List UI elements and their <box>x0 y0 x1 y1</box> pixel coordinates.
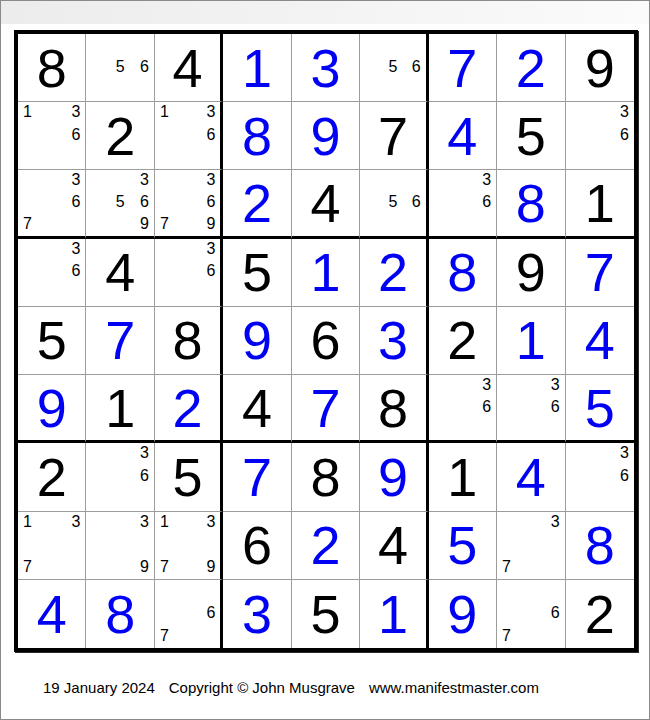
cell-r4c7[interactable]: 8 <box>429 239 497 307</box>
given-digit: 5 <box>310 587 340 641</box>
solved-digit: 9 <box>310 109 340 163</box>
solved-digit: 1 <box>242 41 272 95</box>
cell-r7c3[interactable]: 5 <box>155 443 223 511</box>
pencil-digit: 6 <box>197 261 215 281</box>
pencil-digit: 7 <box>23 554 42 574</box>
cell-r4c2[interactable]: 4 <box>86 239 154 307</box>
pencil-marks: 3569 <box>91 172 148 231</box>
pencil-marks: 1379 <box>160 514 215 575</box>
pencil-digit: 3 <box>61 514 80 534</box>
cell-r2c4[interactable]: 8 <box>223 102 291 170</box>
cell-r6c7[interactable]: 36 <box>429 375 497 443</box>
cell-r3c3[interactable]: 3679 <box>155 170 223 238</box>
cell-r9c2[interactable]: 8 <box>86 580 154 648</box>
cell-r7c4[interactable]: 7 <box>223 443 291 511</box>
solved-digit: 9 <box>37 381 67 435</box>
cell-r2c7[interactable]: 4 <box>429 102 497 170</box>
pencil-digit: 6 <box>540 603 559 624</box>
pencil-marks: 36 <box>571 104 629 165</box>
given-digit: 1 <box>585 176 615 230</box>
pencil-digit: 6 <box>402 56 420 76</box>
cell-r7c2[interactable]: 36 <box>86 443 154 511</box>
given-digit: 4 <box>378 518 408 572</box>
solved-digit: 2 <box>378 245 408 299</box>
pencil-digit: 3 <box>540 377 559 397</box>
cell-r1c9[interactable]: 9 <box>566 34 634 102</box>
pencil-marks: 39 <box>91 514 148 575</box>
cell-r8c9[interactable]: 8 <box>566 512 634 580</box>
given-digit: 8 <box>173 313 203 367</box>
pencil-digit: 6 <box>610 125 629 145</box>
given-digit: 8 <box>310 450 340 504</box>
footer-website: www.manifestmaster.com <box>369 679 539 696</box>
solved-digit: 1 <box>378 587 408 641</box>
cell-r2c2[interactable]: 2 <box>86 102 154 170</box>
cell-r4c8[interactable]: 9 <box>497 239 565 307</box>
cell-r8c1[interactable]: 137 <box>18 512 86 580</box>
cell-r6c8[interactable]: 36 <box>497 375 565 443</box>
pencil-digit: 5 <box>384 56 402 76</box>
pencil-digit: 5 <box>111 192 130 212</box>
solved-digit: 5 <box>447 518 477 572</box>
pencil-digit: 3 <box>472 172 491 192</box>
pencil-digit: 6 <box>130 56 149 76</box>
cell-r7c9[interactable]: 36 <box>566 443 634 511</box>
cell-r9c3[interactable]: 67 <box>155 580 223 648</box>
pencil-digit: 3 <box>61 172 80 192</box>
solved-digit: 3 <box>242 587 272 641</box>
pencil-marks: 36 <box>23 241 80 302</box>
pencil-digit: 6 <box>610 466 629 486</box>
given-digit: 5 <box>516 109 546 163</box>
cell-r1c2[interactable]: 56 <box>86 34 154 102</box>
cell-r9c8[interactable]: 67 <box>497 580 565 648</box>
cell-r7c7[interactable]: 1 <box>429 443 497 511</box>
cell-r6c5[interactable]: 7 <box>292 375 360 443</box>
solved-digit: 7 <box>447 41 477 95</box>
solved-digit: 3 <box>378 313 408 367</box>
pencil-marks: 56 <box>91 36 148 97</box>
given-digit: 1 <box>447 450 477 504</box>
cell-r1c8[interactable]: 2 <box>497 34 565 102</box>
pencil-digit: 3 <box>130 172 149 192</box>
cell-r6c6[interactable]: 8 <box>360 375 428 443</box>
solved-digit: 2 <box>310 518 340 572</box>
pencil-marks: 37 <box>502 514 559 575</box>
pencil-digit: 3 <box>61 241 80 261</box>
pencil-digit: 5 <box>384 192 402 212</box>
given-digit: 7 <box>378 109 408 163</box>
cell-r6c9[interactable]: 5 <box>566 375 634 443</box>
given-digit: 4 <box>105 245 135 299</box>
cell-r1c1[interactable]: 8 <box>18 34 86 102</box>
cell-r4c1[interactable]: 36 <box>18 239 86 307</box>
solved-digit: 4 <box>585 313 615 367</box>
pencil-digit: 9 <box>130 212 149 232</box>
pencil-marks: 36 <box>160 241 215 302</box>
cell-r4c3[interactable]: 36 <box>155 239 223 307</box>
cell-r1c3[interactable]: 4 <box>155 34 223 102</box>
cell-r7c5[interactable]: 8 <box>292 443 360 511</box>
pencil-marks: 36 <box>434 172 491 231</box>
cell-r8c5[interactable]: 2 <box>292 512 360 580</box>
pencil-digit: 9 <box>130 554 149 574</box>
solved-digit: 1 <box>516 313 546 367</box>
cell-r3c4[interactable]: 2 <box>223 170 291 238</box>
cell-r5c5[interactable]: 6 <box>292 307 360 375</box>
cell-r3c1[interactable]: 367 <box>18 170 86 238</box>
cell-r5c2[interactable]: 7 <box>86 307 154 375</box>
pencil-marks: 36 <box>91 445 148 506</box>
cell-r7c1[interactable]: 2 <box>18 443 86 511</box>
given-digit: 9 <box>585 41 615 95</box>
solved-digit: 2 <box>173 381 203 435</box>
given-digit: 8 <box>378 381 408 435</box>
solved-digit: 2 <box>242 176 272 230</box>
cell-r7c6[interactable]: 9 <box>360 443 428 511</box>
cell-r3c5[interactable]: 4 <box>292 170 360 238</box>
cell-r5c8[interactable]: 1 <box>497 307 565 375</box>
pencil-digit: 1 <box>160 104 178 124</box>
pencil-marks: 36 <box>571 445 629 506</box>
given-digit: 8 <box>37 41 67 95</box>
footer: 19 January 2024 Copyright © John Musgrav… <box>43 679 539 696</box>
pencil-digit: 3 <box>130 445 149 465</box>
pencil-digit: 6 <box>61 261 80 281</box>
page: 8564135672913621368974536367356936792456… <box>0 0 650 720</box>
cell-r2c3[interactable]: 136 <box>155 102 223 170</box>
cell-r9c9[interactable]: 2 <box>566 580 634 648</box>
solved-digit: 8 <box>585 518 615 572</box>
given-digit: 5 <box>173 450 203 504</box>
solved-digit: 4 <box>37 587 67 641</box>
cell-r3c8[interactable]: 8 <box>497 170 565 238</box>
pencil-digit: 3 <box>197 241 215 261</box>
cell-r6c2[interactable]: 1 <box>86 375 154 443</box>
cell-r8c3[interactable]: 1379 <box>155 512 223 580</box>
solved-digit: 7 <box>242 450 272 504</box>
solved-digit: 2 <box>516 41 546 95</box>
cell-r5c6[interactable]: 3 <box>360 307 428 375</box>
given-digit: 2 <box>105 109 135 163</box>
pencil-marks: 56 <box>365 172 420 231</box>
solved-digit: 8 <box>242 109 272 163</box>
solved-digit: 4 <box>516 450 546 504</box>
pencil-marks: 67 <box>502 582 559 644</box>
pencil-marks: 367 <box>23 172 80 231</box>
pencil-marks: 36 <box>502 377 559 436</box>
solved-digit: 4 <box>447 109 477 163</box>
cell-r9c5[interactable]: 5 <box>292 580 360 648</box>
cell-r2c9[interactable]: 36 <box>566 102 634 170</box>
given-digit: 4 <box>173 41 203 95</box>
cell-r4c5[interactable]: 1 <box>292 239 360 307</box>
given-digit: 4 <box>242 381 272 435</box>
pencil-digit: 7 <box>502 623 521 644</box>
pencil-digit: 6 <box>197 192 215 212</box>
pencil-marks: 56 <box>365 36 420 97</box>
pencil-digit: 3 <box>61 104 80 124</box>
cell-r4c9[interactable]: 7 <box>566 239 634 307</box>
given-digit: 6 <box>242 518 272 572</box>
pencil-digit: 6 <box>472 192 491 212</box>
cell-r5c1[interactable]: 5 <box>18 307 86 375</box>
footer-date: 19 January 2024 <box>43 679 155 696</box>
given-digit: 4 <box>310 176 340 230</box>
pencil-digit: 6 <box>197 125 215 145</box>
pencil-digit: 6 <box>130 466 149 486</box>
cell-r8c6[interactable]: 4 <box>360 512 428 580</box>
cell-r9c7[interactable]: 9 <box>429 580 497 648</box>
pencil-digit: 6 <box>130 192 149 212</box>
solved-digit: 1 <box>310 245 340 299</box>
pencil-digit: 1 <box>23 104 42 124</box>
cell-r8c8[interactable]: 37 <box>497 512 565 580</box>
cell-r2c8[interactable]: 5 <box>497 102 565 170</box>
solved-digit: 7 <box>585 245 615 299</box>
top-band <box>1 1 649 24</box>
pencil-marks: 136 <box>23 104 80 165</box>
pencil-digit: 6 <box>402 192 420 212</box>
pencil-digit: 7 <box>160 554 178 574</box>
pencil-digit: 3 <box>130 514 149 534</box>
given-digit: 6 <box>310 313 340 367</box>
cell-r9c1[interactable]: 4 <box>18 580 86 648</box>
pencil-marks: 136 <box>160 104 215 165</box>
pencil-marks: 137 <box>23 514 80 575</box>
pencil-digit: 3 <box>197 514 215 534</box>
solved-digit: 8 <box>105 587 135 641</box>
cell-r4c6[interactable]: 2 <box>360 239 428 307</box>
cell-r5c3[interactable]: 8 <box>155 307 223 375</box>
cell-r4c4[interactable]: 5 <box>223 239 291 307</box>
pencil-digit: 6 <box>61 125 80 145</box>
pencil-digit: 3 <box>540 514 559 534</box>
pencil-digit: 3 <box>472 377 491 397</box>
solved-digit: 9 <box>447 587 477 641</box>
sudoku-board: 8564135672913621368974536367356936792456… <box>14 30 638 652</box>
pencil-digit: 1 <box>23 514 42 534</box>
cell-r3c7[interactable]: 36 <box>429 170 497 238</box>
pencil-marks: 67 <box>160 582 215 644</box>
pencil-digit: 6 <box>472 397 491 417</box>
pencil-digit: 1 <box>160 514 178 534</box>
pencil-digit: 3 <box>610 104 629 124</box>
given-digit: 2 <box>585 587 615 641</box>
cell-r5c4[interactable]: 9 <box>223 307 291 375</box>
pencil-digit: 7 <box>502 554 521 574</box>
pencil-digit: 6 <box>540 397 559 417</box>
given-digit: 5 <box>37 313 67 367</box>
cell-r9c6[interactable]: 1 <box>360 580 428 648</box>
pencil-digit: 7 <box>160 623 178 644</box>
cell-r1c7[interactable]: 7 <box>429 34 497 102</box>
solved-digit: 3 <box>310 41 340 95</box>
cell-r9c4[interactable]: 3 <box>223 580 291 648</box>
given-digit: 2 <box>447 313 477 367</box>
cell-r8c4[interactable]: 6 <box>223 512 291 580</box>
cell-r5c9[interactable]: 4 <box>566 307 634 375</box>
pencil-digit: 3 <box>197 172 215 192</box>
cell-r3c9[interactable]: 1 <box>566 170 634 238</box>
cell-r2c1[interactable]: 136 <box>18 102 86 170</box>
pencil-digit: 6 <box>197 603 215 624</box>
given-digit: 9 <box>516 245 546 299</box>
given-digit: 1 <box>105 381 135 435</box>
cell-r3c2[interactable]: 3569 <box>86 170 154 238</box>
cell-r1c4[interactable]: 1 <box>223 34 291 102</box>
solved-digit: 9 <box>378 450 408 504</box>
cell-r6c3[interactable]: 2 <box>155 375 223 443</box>
cell-r5c7[interactable]: 2 <box>429 307 497 375</box>
cell-r3c6[interactable]: 56 <box>360 170 428 238</box>
solved-digit: 9 <box>242 313 272 367</box>
pencil-marks: 3679 <box>160 172 215 231</box>
cell-r1c6[interactable]: 56 <box>360 34 428 102</box>
pencil-digit: 3 <box>610 445 629 465</box>
solved-digit: 5 <box>585 381 615 435</box>
given-digit: 2 <box>37 450 67 504</box>
pencil-digit: 6 <box>61 192 80 212</box>
pencil-digit: 3 <box>197 104 215 124</box>
footer-copyright: Copyright © John Musgrave <box>169 679 355 696</box>
solved-digit: 8 <box>516 176 546 230</box>
solved-digit: 7 <box>105 313 135 367</box>
cell-r6c1[interactable]: 9 <box>18 375 86 443</box>
cell-r2c6[interactable]: 7 <box>360 102 428 170</box>
solved-digit: 7 <box>310 381 340 435</box>
given-digit: 5 <box>242 245 272 299</box>
cell-r2c5[interactable]: 9 <box>292 102 360 170</box>
solved-digit: 8 <box>447 245 477 299</box>
cell-r8c2[interactable]: 39 <box>86 512 154 580</box>
cell-r6c4[interactable]: 4 <box>223 375 291 443</box>
pencil-marks: 36 <box>434 377 491 436</box>
pencil-digit: 9 <box>197 212 215 232</box>
pencil-digit: 5 <box>111 56 130 76</box>
cell-r8c7[interactable]: 5 <box>429 512 497 580</box>
pencil-digit: 9 <box>197 554 215 574</box>
pencil-digit: 7 <box>23 212 42 232</box>
cell-r7c8[interactable]: 4 <box>497 443 565 511</box>
pencil-digit: 7 <box>160 212 178 232</box>
cell-r1c5[interactable]: 3 <box>292 34 360 102</box>
